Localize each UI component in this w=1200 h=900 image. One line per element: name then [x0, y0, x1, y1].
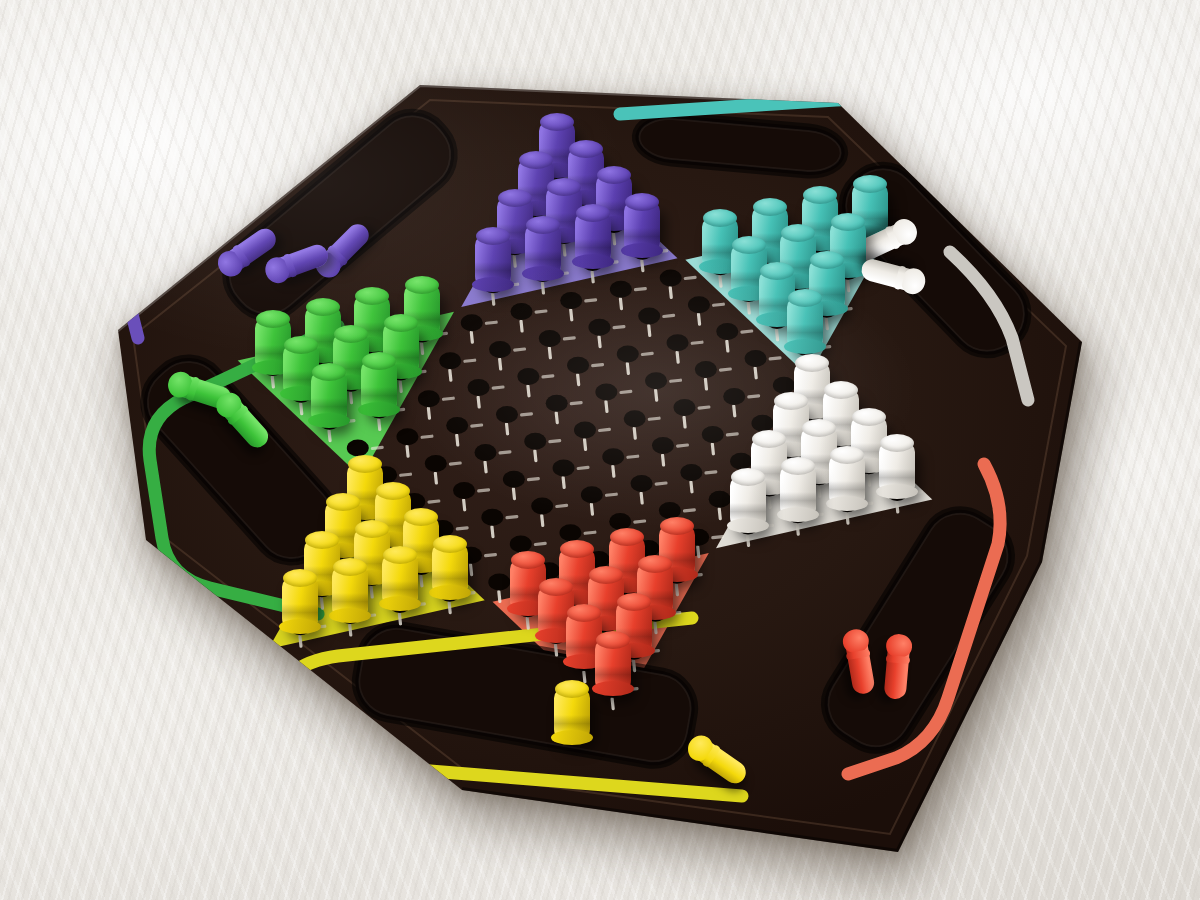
peg-purple-lying[interactable] [269, 242, 331, 283]
peg-top [547, 178, 581, 196]
peg-top [802, 419, 836, 437]
peg-top [880, 434, 914, 452]
peg-white[interactable] [879, 442, 915, 496]
peg-top [405, 276, 439, 294]
peg-white[interactable] [780, 465, 816, 519]
peg-top [569, 140, 603, 158]
peg-purple[interactable] [525, 224, 561, 278]
peg-yellow[interactable] [382, 554, 418, 608]
peg-top [383, 546, 417, 564]
peg-yellow[interactable] [282, 577, 318, 631]
peg-yellow[interactable] [332, 566, 368, 620]
peg-top [781, 457, 815, 475]
peg-top [384, 314, 418, 332]
peg-yellow[interactable] [554, 688, 590, 742]
peg-top [660, 517, 694, 535]
peg-top [355, 287, 389, 305]
peg-top [334, 325, 368, 343]
peg-top [596, 631, 630, 649]
peg-head [185, 591, 220, 626]
peg-top [433, 535, 467, 553]
chinese-checkers-board [100, 70, 1100, 870]
peg-red-lying[interactable] [884, 640, 911, 700]
peg-top [555, 680, 589, 698]
peg-top [362, 352, 396, 370]
peg-top [333, 558, 367, 576]
peg-top [824, 381, 858, 399]
peg-top [803, 186, 837, 204]
scene [0, 0, 1200, 900]
peg-top [476, 227, 510, 245]
peg-top [526, 216, 560, 234]
peg-top [312, 363, 346, 381]
peg-top [567, 604, 601, 622]
peg-top [498, 189, 532, 207]
peg-top [519, 151, 553, 169]
peg-top [284, 336, 318, 354]
peg-top [376, 482, 410, 500]
peg-purple[interactable] [475, 235, 511, 289]
peg-yellow-lying[interactable] [690, 736, 750, 787]
peg-top [348, 455, 382, 473]
peg-collar [204, 604, 223, 628]
board-wrap [100, 70, 1100, 870]
peg-top [852, 408, 886, 426]
peg-top [732, 236, 766, 254]
peg-top [853, 175, 887, 193]
peg-top [305, 531, 339, 549]
peg-top [326, 493, 360, 511]
peg-red-lying[interactable] [844, 635, 876, 696]
peg-top [404, 508, 438, 526]
peg-top [760, 262, 794, 280]
peg-purple[interactable] [624, 201, 660, 255]
pegs-layer [100, 70, 1100, 870]
peg-top [539, 578, 573, 596]
peg-top [752, 430, 786, 448]
peg-top [703, 209, 737, 227]
peg-top [831, 213, 865, 231]
peg-green[interactable] [361, 360, 397, 414]
peg-top [781, 224, 815, 242]
peg-white-lying[interactable] [859, 257, 921, 293]
peg-top [283, 569, 317, 587]
peg-top [560, 540, 594, 558]
peg-top [617, 593, 651, 611]
peg-top [610, 528, 644, 546]
peg-top [576, 204, 610, 222]
peg-top [597, 166, 631, 184]
peg-top [625, 193, 659, 211]
peg-yellow[interactable] [432, 543, 468, 597]
peg-top [306, 298, 340, 316]
peg-green-lying[interactable] [192, 596, 252, 647]
peg-top [774, 392, 808, 410]
peg-top [638, 555, 672, 573]
peg-red[interactable] [595, 639, 631, 693]
peg-white[interactable] [829, 454, 865, 508]
peg-top [589, 566, 623, 584]
peg-top [540, 113, 574, 131]
peg-collar [886, 655, 911, 664]
peg-top [256, 310, 290, 328]
peg-top [731, 468, 765, 486]
peg-top [753, 198, 787, 216]
peg-top [511, 551, 545, 569]
peg-teal[interactable] [787, 297, 823, 351]
peg-green-lying[interactable] [217, 394, 272, 452]
peg-top [810, 251, 844, 269]
peg-green[interactable] [311, 371, 347, 425]
peg-top [830, 446, 864, 464]
peg-top [355, 520, 389, 538]
peg-top [788, 289, 822, 307]
peg-white[interactable] [730, 476, 766, 530]
peg-purple[interactable] [575, 212, 611, 266]
peg-top [795, 354, 829, 372]
